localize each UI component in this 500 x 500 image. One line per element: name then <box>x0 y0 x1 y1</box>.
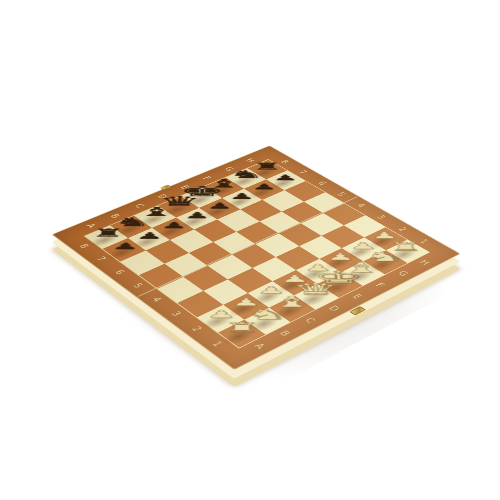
file-label-e-front: E <box>351 293 363 300</box>
black-pawn-glyph: ♟ <box>105 231 195 240</box>
scene: AABBCCDDEEFFGGHH1122334455667788 ♜♞♝♛♚♝♞… <box>0 0 500 500</box>
rank-label-7-left: 7 <box>95 256 107 262</box>
file-label-c-front: C <box>303 317 316 325</box>
rank-label-1-left: 1 <box>210 340 223 348</box>
file-label-d-front: D <box>327 305 340 313</box>
file-label-g-front: G <box>396 270 409 277</box>
file-label-h-front: H <box>418 259 431 266</box>
rank-label-4-right: 4 <box>355 203 366 209</box>
file-label-f-front: F <box>374 282 386 288</box>
rank-label-2-left: 2 <box>190 325 203 332</box>
file-label-b-front: B <box>278 330 291 338</box>
rank-label-3-right: 3 <box>375 214 386 220</box>
rank-label-5-left: 5 <box>131 282 143 289</box>
chess-set-photo: AABBCCDDEEFFGGHH1122334455667788 ♜♞♝♛♚♝♞… <box>0 0 500 500</box>
rank-label-4-left: 4 <box>150 296 163 303</box>
rank-label-6-left: 6 <box>113 269 125 276</box>
rank-label-5-right: 5 <box>335 192 346 197</box>
file-label-a-front: A <box>253 342 266 350</box>
chess-board: AABBCCDDEEFFGGHH1122334455667788 ♜♞♝♛♚♝♞… <box>52 146 461 370</box>
board-3d-group: AABBCCDDEEFFGGHH1122334455667788 ♜♞♝♛♚♝♞… <box>52 146 461 370</box>
white-pawn-glyph: ♟ <box>339 231 429 240</box>
rank-label-3-left: 3 <box>170 311 183 318</box>
